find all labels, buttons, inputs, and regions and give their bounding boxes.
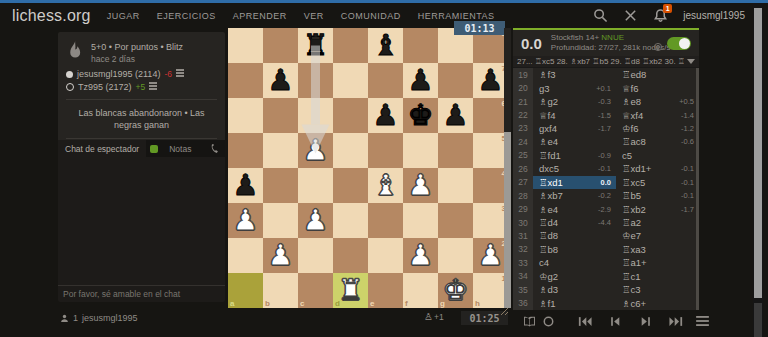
page-scrollbar: [753, 3, 763, 337]
white-pawn-h2[interactable]: ♟: [473, 238, 508, 273]
move-19-black[interactable]: ♖ed8: [616, 68, 699, 81]
square-b5[interactable]: [263, 133, 298, 168]
move-number-35: 35: [513, 283, 533, 296]
opening-book-icon[interactable]: [523, 316, 536, 327]
move-row-33: 33c4♖a1+: [513, 256, 699, 269]
white-pawn-f4[interactable]: ♟: [403, 168, 438, 203]
menu-item-ejercicios[interactable]: EJERCICIOS: [157, 11, 216, 21]
eval-gauge-black: [504, 28, 511, 132]
move-row-19: 19♗f3♖ed8: [513, 68, 699, 81]
move-row-26: 26dxc5-0.1♖xd1+-0.1: [513, 162, 699, 175]
square-g3[interactable]: [438, 203, 473, 238]
move-21-black[interactable]: ♗e8+0.5: [616, 95, 699, 108]
square-a7[interactable]: [228, 63, 263, 98]
move-row-34: 34♔g2♖c1: [513, 270, 699, 283]
square-f7[interactable]: ♟: [403, 63, 438, 98]
move-row-30: 30♖d4-4.4♖a2: [513, 216, 699, 229]
menu-item-herramientas[interactable]: HERRAMIENTAS: [418, 11, 495, 21]
spectator-list: 1 jesusmgl1995: [60, 313, 138, 323]
black-player-badge-icon: [149, 82, 157, 92]
move-35-white[interactable]: ♗d3: [533, 283, 616, 296]
engine-header: 0.0 Stockfish 14+ NNUE Profundidad: 27/2…: [513, 30, 699, 56]
move-number-28: 28: [513, 189, 533, 202]
move-number-21: 21: [513, 95, 533, 108]
move-34-black[interactable]: ♖c1: [616, 270, 699, 283]
move-24-black[interactable]: ♖ac8-0.6: [616, 135, 699, 148]
move-31-black[interactable]: ♔e7: [616, 229, 699, 242]
engine-toggle-switch[interactable]: [667, 37, 691, 50]
chat-panel: Chat de espectador Notas: [58, 140, 225, 302]
square-a8[interactable]: [228, 28, 263, 63]
chat-messages: [58, 157, 225, 285]
move-row-23: 23gxf4-1.7♔f6-1.2: [513, 122, 699, 135]
material-advantage: ♙ +1: [424, 312, 444, 322]
square-h2[interactable]: 2♟: [473, 238, 508, 273]
move-number-36: 36: [513, 296, 533, 309]
gear-icon[interactable]: [653, 38, 663, 56]
square-d6[interactable]: [333, 98, 368, 133]
move-25-white[interactable]: ♖fd1-0.9: [533, 149, 616, 162]
square-a4[interactable]: ♟: [228, 168, 263, 203]
move-32-black[interactable]: ♖xa3: [616, 243, 699, 256]
square-b8[interactable]: [263, 28, 298, 63]
next-move-button[interactable]: [640, 316, 652, 327]
square-h7[interactable]: 7♟: [473, 63, 508, 98]
move-34-white[interactable]: ♔g2: [533, 270, 616, 283]
game-result: Las blancas abandonaron • Las negras gan…: [66, 99, 217, 131]
move-number-20: 20: [513, 81, 533, 94]
square-b4[interactable]: [263, 168, 298, 203]
chess-board: ♜♝8♟♟7♟♟♚♟6♟5♟♝♟4♟♟3♟♟2♟abcd♜efg♚h1: [228, 28, 508, 308]
black-bishop-e8[interactable]: ♝: [368, 28, 403, 63]
white-pawn-c3[interactable]: ♟: [298, 203, 333, 238]
square-g2[interactable]: [438, 238, 473, 273]
white-rating-delta: -6: [164, 69, 172, 79]
square-f2[interactable]: ♟: [403, 238, 438, 273]
game-meta: 5+0 • Por puntos • Blitz: [91, 42, 183, 52]
square-g7[interactable]: [438, 63, 473, 98]
move-36-white[interactable]: ♗f1: [533, 296, 616, 309]
white-pawn-c5[interactable]: ♟: [298, 133, 333, 168]
square-d1[interactable]: d♜: [333, 273, 368, 308]
black-player-link[interactable]: Tz995 (2172): [78, 82, 132, 92]
move-32-white[interactable]: ♖b8: [533, 243, 616, 256]
move-number-30: 30: [513, 216, 533, 229]
spectator-name[interactable]: jesusmgl1995: [82, 313, 138, 323]
explorer-circle-icon[interactable]: [543, 316, 554, 327]
move-list-scrollbar[interactable]: [696, 68, 699, 310]
analysis-controls: [513, 311, 699, 331]
move-row-22: 22♕f4-1.5♕xf4-1.4: [513, 108, 699, 121]
black-pawn-e6[interactable]: ♟: [368, 98, 403, 133]
menu-icon[interactable]: [696, 316, 709, 326]
square-c2[interactable]: [298, 238, 333, 273]
menu-item-jugar[interactable]: JUGAR: [107, 11, 140, 21]
square-f6[interactable]: ♚: [403, 98, 438, 133]
move-30-white[interactable]: ♖d4-4.4: [533, 216, 616, 229]
square-e7[interactable]: [368, 63, 403, 98]
square-a3[interactable]: ♟: [228, 203, 263, 238]
square-e1[interactable]: e: [368, 273, 403, 308]
menu-item-comunidad[interactable]: COMUNIDAD: [341, 11, 401, 21]
move-23-white[interactable]: gxf4-1.7: [533, 122, 616, 135]
menu-item-ver[interactable]: VER: [304, 11, 324, 21]
move-19-white[interactable]: ♗f3: [533, 68, 616, 81]
move-row-28: 28♗xb7-0.2♖b5-0.1: [513, 189, 699, 202]
square-a5[interactable]: [228, 133, 263, 168]
square-d7[interactable]: [333, 63, 368, 98]
move-29-black[interactable]: ♖xb2-1.7: [616, 202, 699, 215]
square-h3[interactable]: 3: [473, 203, 508, 238]
scrollbar-thumb[interactable]: [754, 8, 762, 298]
square-g1[interactable]: g♚: [438, 273, 473, 308]
search-icon[interactable]: [593, 8, 608, 23]
white-pawn-a3[interactable]: ♟: [228, 203, 263, 238]
square-d3[interactable]: [333, 203, 368, 238]
black-pawn-f7[interactable]: ♟: [403, 63, 438, 98]
game-date: hace 2 días: [91, 54, 183, 64]
white-pawn-f2[interactable]: ♟: [403, 238, 438, 273]
square-e8[interactable]: ♝: [368, 28, 403, 63]
black-rook-c8[interactable]: ♜: [298, 28, 333, 63]
chat-phone-icon[interactable]: [209, 140, 225, 157]
square-e3[interactable]: [368, 203, 403, 238]
square-b3[interactable]: [263, 203, 298, 238]
white-player-row: jesusmgl1995 (2114) -6: [66, 69, 217, 79]
move-row-20: 20g3+0.1♕f6: [513, 81, 699, 94]
square-a2[interactable]: [228, 238, 263, 273]
move-row-31: 31♖d8♔e7: [513, 229, 699, 242]
move-number-31: 31: [513, 229, 533, 242]
square-g6[interactable]: ♟: [438, 98, 473, 133]
square-e6[interactable]: ♟: [368, 98, 403, 133]
square-d5[interactable]: [333, 133, 368, 168]
tab-spectator-chat[interactable]: Chat de espectador: [58, 140, 146, 157]
move-row-27: 27♖xd10.0♖xc5-0.1: [513, 176, 699, 189]
move-number-25: 25: [513, 149, 533, 162]
chevron-down-icon: [687, 59, 695, 64]
move-33-white[interactable]: c4: [533, 256, 616, 269]
move-number-23: 23: [513, 122, 533, 135]
black-pawn-a4[interactable]: ♟: [228, 168, 263, 203]
last-move-button[interactable]: [669, 316, 683, 327]
white-bishop-e4[interactable]: ♝: [368, 168, 403, 203]
square-a1[interactable]: a: [228, 273, 263, 308]
square-f3[interactable]: [403, 203, 438, 238]
move-29-white[interactable]: ♗e4-2.9: [533, 202, 616, 215]
move-30-black[interactable]: ♖a2: [616, 216, 699, 229]
move-23-black[interactable]: ♔f6-1.2: [616, 122, 699, 135]
square-f1[interactable]: f: [403, 273, 438, 308]
scrollbar-track: [754, 303, 762, 337]
move-25-black[interactable]: c5: [616, 149, 699, 162]
engine-nnue-label: NNUE: [601, 33, 624, 42]
move-row-29: 29♗e4-2.9♖xb2-1.7: [513, 202, 699, 215]
move-number-27: 27: [513, 176, 533, 189]
square-b6[interactable]: [263, 98, 298, 133]
bell-icon[interactable]: 1: [653, 8, 668, 23]
main-menu: JUGAR EJERCICIOS APRENDER VER COMUNIDAD …: [107, 11, 495, 21]
move-number-34: 34: [513, 270, 533, 283]
square-h5[interactable]: 5: [473, 133, 508, 168]
square-c4[interactable]: [298, 168, 333, 203]
move-number-29: 29: [513, 202, 533, 215]
square-e2[interactable]: [368, 238, 403, 273]
square-e4[interactable]: ♝: [368, 168, 403, 203]
move-20-black[interactable]: ♕f6: [616, 81, 699, 94]
white-pawn-b2[interactable]: ♟: [263, 238, 298, 273]
prev-move-button[interactable]: [609, 316, 621, 327]
principal-variation[interactable]: 27... ♖xc5 28. ♗xb7 ♖b5 29. ♖d8 ♖xb2 30.…: [513, 56, 699, 68]
pawn-material-icon: ♙: [424, 312, 433, 322]
square-c3[interactable]: ♟: [298, 203, 333, 238]
file-label-c: c: [300, 299, 304, 308]
square-b1[interactable]: b: [263, 273, 298, 308]
move-22-black[interactable]: ♕xf4-1.4: [616, 108, 699, 121]
square-e5[interactable]: [368, 133, 403, 168]
move-row-25: 25♖fd1-0.9c5: [513, 149, 699, 162]
move-28-black[interactable]: ♖b5-0.1: [616, 189, 699, 202]
square-c7[interactable]: [298, 63, 333, 98]
move-31-white[interactable]: ♖d8: [533, 229, 616, 242]
white-player-link[interactable]: jesusmgl1995 (2114): [77, 69, 160, 79]
chat-tabs: Chat de espectador Notas: [58, 140, 225, 157]
move-row-21: 21♗g2-0.3♗e8+0.5: [513, 95, 699, 108]
black-king-f6[interactable]: ♚: [403, 98, 438, 133]
blitz-flame-icon: [66, 39, 83, 66]
square-h4[interactable]: 4: [473, 168, 508, 203]
square-a6[interactable]: [228, 98, 263, 133]
black-player-row: Tz995 (2172) +5: [66, 82, 217, 92]
spectator-count: 1: [73, 313, 78, 323]
close-icon[interactable]: [623, 8, 638, 23]
username-menu[interactable]: jesusmgl1995: [683, 10, 745, 21]
square-c6[interactable]: [298, 98, 333, 133]
square-f4[interactable]: ♟: [403, 168, 438, 203]
move-33-black[interactable]: ♖a1+: [616, 256, 699, 269]
move-list: 19♗f3♖ed820g3+0.1♕f621♗g2-0.3♗e8+0.522♕f…: [513, 68, 699, 310]
engine-eval: 0.0: [521, 35, 542, 52]
move-24-white[interactable]: ♗e4: [533, 135, 616, 148]
square-d4[interactable]: [333, 168, 368, 203]
person-icon: [60, 314, 69, 323]
pv-text: 27... ♖xc5 28. ♗xb7 ♖b5 29. ♖d8 ♖xb2 30.…: [517, 57, 684, 66]
move-35-black[interactable]: ♖c3: [616, 283, 699, 296]
square-f8[interactable]: [403, 28, 438, 63]
tab-notes[interactable]: Notas: [162, 140, 198, 157]
chat-input[interactable]: [58, 286, 225, 302]
black-color-icon: [66, 83, 74, 91]
move-row-24: 24♗e4♖ac8-0.6: [513, 135, 699, 148]
square-c5[interactable]: ♟: [298, 133, 333, 168]
lichess-analysis-page: lichess.org JUGAR EJERCICIOS APRENDER VE…: [0, 0, 768, 337]
chat-input-row: [58, 285, 225, 302]
notification-badge: 1: [663, 4, 672, 13]
move-36-black[interactable]: ♗c6+: [616, 296, 699, 309]
square-c1[interactable]: c: [298, 273, 333, 308]
move-26-black[interactable]: ♖xd1+-0.1: [616, 162, 699, 175]
black-pawn-b7[interactable]: ♟: [263, 63, 298, 98]
square-b2[interactable]: ♟: [263, 238, 298, 273]
move-21-white[interactable]: ♗g2-0.3: [533, 95, 616, 108]
file-label-e: e: [370, 299, 374, 308]
move-number-26: 26: [513, 162, 533, 175]
move-row-32: 32♖b8♖xa3: [513, 243, 699, 256]
move-number-33: 33: [513, 256, 533, 269]
white-rook-d1[interactable]: ♜: [333, 273, 368, 308]
lichess-logo[interactable]: lichess.org: [12, 7, 91, 25]
move-20-white[interactable]: g3+0.1: [533, 81, 616, 94]
black-pawn-h7[interactable]: ♟: [473, 63, 508, 98]
move-22-white[interactable]: ♕f4-1.5: [533, 108, 616, 121]
square-c8[interactable]: ♜: [298, 28, 333, 63]
square-h6[interactable]: 6: [473, 98, 508, 133]
white-king-g1[interactable]: ♚: [438, 273, 473, 308]
move-26-white[interactable]: dxc5-0.1: [533, 162, 616, 175]
menu-item-aprender[interactable]: APRENDER: [233, 11, 287, 21]
black-rating-delta: +5: [136, 82, 146, 92]
black-pawn-g6[interactable]: ♟: [438, 98, 473, 133]
move-28-white[interactable]: ♗xb7-0.2: [533, 189, 616, 202]
black-clock: 01:13: [454, 21, 505, 35]
square-g4[interactable]: [438, 168, 473, 203]
square-d2[interactable]: [333, 238, 368, 273]
file-label-f: f: [405, 299, 408, 308]
move-27-black[interactable]: ♖xc5-0.1: [616, 176, 699, 189]
square-f5[interactable]: [403, 133, 438, 168]
navbar-right: 1 jesusmgl1995: [593, 8, 745, 23]
square-d8[interactable]: [333, 28, 368, 63]
file-label-b: b: [265, 299, 270, 308]
move-27-white[interactable]: ♖xd10.0: [533, 176, 616, 189]
square-b7[interactable]: ♟: [263, 63, 298, 98]
move-row-36: 36♗f1♗c6+: [513, 296, 699, 309]
eval-gauge: [504, 28, 511, 308]
engine-panel: 0.0 Stockfish 14+ NNUE Profundidad: 27/2…: [513, 28, 699, 310]
chat-presence-toggle[interactable]: [150, 145, 158, 153]
move-number-32: 32: [513, 243, 533, 256]
move-number-24: 24: [513, 135, 533, 148]
material-value: +1: [434, 312, 444, 322]
move-row-35: 35♗d3♖c3: [513, 283, 699, 296]
file-label-h: h: [475, 299, 480, 308]
square-g5[interactable]: [438, 133, 473, 168]
move-number-19: 19: [513, 68, 533, 81]
first-move-button[interactable]: [578, 316, 592, 327]
move-number-22: 22: [513, 108, 533, 121]
engine-name: Stockfish 14+: [551, 33, 599, 42]
white-player-badge-icon: [176, 69, 184, 79]
white-color-icon: [66, 71, 73, 78]
file-label-a: a: [230, 299, 234, 308]
navbar: lichess.org JUGAR EJERCICIOS APRENDER VE…: [0, 3, 753, 28]
